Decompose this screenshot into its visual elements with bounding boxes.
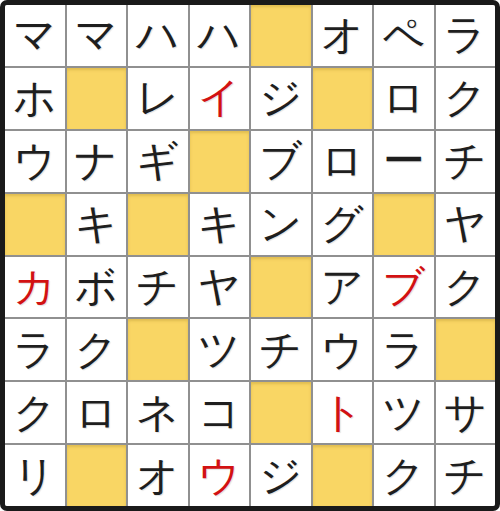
letter-cell-r2c4[interactable]: イ bbox=[190, 68, 250, 129]
blank-cell-r4c3 bbox=[128, 194, 188, 255]
letter-cell-r3c7[interactable]: ー bbox=[374, 131, 434, 192]
letter-cell-r7c3[interactable]: ネ bbox=[128, 382, 188, 443]
blank-cell-r6c3 bbox=[128, 319, 188, 380]
letter-cell-r8c7[interactable]: ク bbox=[374, 445, 434, 506]
blank-cell-r4c7 bbox=[374, 194, 434, 255]
letter-cell-r5c7[interactable]: ブ bbox=[374, 257, 434, 318]
letter-cell-r5c4[interactable]: ヤ bbox=[190, 257, 250, 318]
blank-cell-r2c6 bbox=[313, 68, 373, 129]
letter-cell-r3c5[interactable]: ブ bbox=[251, 131, 311, 192]
letter-cell-r6c6[interactable]: ウ bbox=[313, 319, 373, 380]
letter-cell-r6c2[interactable]: ク bbox=[67, 319, 127, 380]
letter-cell-r7c8[interactable]: サ bbox=[436, 382, 496, 443]
letter-cell-r2c5[interactable]: ジ bbox=[251, 68, 311, 129]
letter-cell-r2c1[interactable]: ホ bbox=[5, 68, 65, 129]
letter-cell-r8c3[interactable]: オ bbox=[128, 445, 188, 506]
blank-cell-r8c6 bbox=[313, 445, 373, 506]
letter-cell-r6c7[interactable]: ラ bbox=[374, 319, 434, 380]
letter-cell-r7c6[interactable]: ト bbox=[313, 382, 373, 443]
letter-cell-r8c4[interactable]: ウ bbox=[190, 445, 250, 506]
blank-cell-r5c5 bbox=[251, 257, 311, 318]
letter-cell-r1c3[interactable]: ハ bbox=[128, 5, 188, 66]
letter-cell-r7c4[interactable]: コ bbox=[190, 382, 250, 443]
letter-cell-r1c8[interactable]: ラ bbox=[436, 5, 496, 66]
letter-cell-r4c6[interactable]: グ bbox=[313, 194, 373, 255]
letter-cell-r3c6[interactable]: ロ bbox=[313, 131, 373, 192]
letter-cell-r5c3[interactable]: チ bbox=[128, 257, 188, 318]
letter-cell-r8c1[interactable]: リ bbox=[5, 445, 65, 506]
letter-cell-r3c8[interactable]: チ bbox=[436, 131, 496, 192]
blank-cell-r2c2 bbox=[67, 68, 127, 129]
letter-cell-r4c2[interactable]: キ bbox=[67, 194, 127, 255]
crossword-board: ママハハオペラホレイジロクウナギブローチキキングヤカボチヤアブクラクツチウラクロ… bbox=[0, 0, 500, 511]
letter-cell-r2c7[interactable]: ロ bbox=[374, 68, 434, 129]
letter-cell-r6c4[interactable]: ツ bbox=[190, 319, 250, 380]
letter-cell-r7c2[interactable]: ロ bbox=[67, 382, 127, 443]
blank-cell-r4c1 bbox=[5, 194, 65, 255]
blank-cell-r6c8 bbox=[436, 319, 496, 380]
letter-cell-r5c8[interactable]: ク bbox=[436, 257, 496, 318]
letter-cell-r7c1[interactable]: ク bbox=[5, 382, 65, 443]
letter-cell-r7c7[interactable]: ツ bbox=[374, 382, 434, 443]
letter-cell-r4c4[interactable]: キ bbox=[190, 194, 250, 255]
letter-cell-r1c1[interactable]: マ bbox=[5, 5, 65, 66]
letter-cell-r6c1[interactable]: ラ bbox=[5, 319, 65, 380]
letter-cell-r8c5[interactable]: ジ bbox=[251, 445, 311, 506]
letter-cell-r1c7[interactable]: ペ bbox=[374, 5, 434, 66]
letter-cell-r5c6[interactable]: ア bbox=[313, 257, 373, 318]
letter-cell-r1c6[interactable]: オ bbox=[313, 5, 373, 66]
letter-cell-r2c3[interactable]: レ bbox=[128, 68, 188, 129]
letter-cell-r3c3[interactable]: ギ bbox=[128, 131, 188, 192]
letter-cell-r3c1[interactable]: ウ bbox=[5, 131, 65, 192]
blank-cell-r7c5 bbox=[251, 382, 311, 443]
letter-cell-r2c8[interactable]: ク bbox=[436, 68, 496, 129]
letter-cell-r8c8[interactable]: チ bbox=[436, 445, 496, 506]
letter-cell-r5c2[interactable]: ボ bbox=[67, 257, 127, 318]
letter-cell-r5c1[interactable]: カ bbox=[5, 257, 65, 318]
blank-cell-r3c4 bbox=[190, 131, 250, 192]
letter-cell-r4c8[interactable]: ヤ bbox=[436, 194, 496, 255]
blank-cell-r8c2 bbox=[67, 445, 127, 506]
blank-cell-r1c5 bbox=[251, 5, 311, 66]
letter-cell-r3c2[interactable]: ナ bbox=[67, 131, 127, 192]
letter-cell-r1c4[interactable]: ハ bbox=[190, 5, 250, 66]
letter-cell-r6c5[interactable]: チ bbox=[251, 319, 311, 380]
letter-cell-r4c5[interactable]: ン bbox=[251, 194, 311, 255]
letter-cell-r1c2[interactable]: マ bbox=[67, 5, 127, 66]
